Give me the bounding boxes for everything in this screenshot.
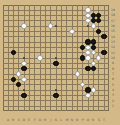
go-board[interactable]: ABCDEFGHJKLMNOPQRST 19181716151413121110… (0, 0, 120, 125)
row-label: 2 (112, 99, 114, 102)
row-label: 17 (111, 19, 115, 22)
row-label: 7 (112, 72, 114, 75)
row-label: 10 (111, 56, 115, 59)
row-label: 14 (111, 35, 115, 38)
row-label: 8 (112, 67, 114, 70)
row-label: 12 (111, 46, 115, 49)
row-label: 19 (111, 8, 115, 11)
row-label: 15 (111, 30, 115, 33)
row-label: 3 (112, 94, 114, 97)
row-label: 5 (112, 83, 114, 86)
right-coordinates: 19181716151413121110987654321 (0, 0, 120, 125)
row-label: 4 (112, 88, 114, 91)
row-label: 18 (111, 14, 115, 17)
row-label: 11 (111, 51, 115, 54)
row-label: 9 (112, 62, 114, 65)
row-label: 6 (112, 78, 114, 81)
row-label: 13 (111, 40, 115, 43)
row-label: 1 (112, 104, 114, 107)
row-label: 16 (111, 24, 115, 27)
